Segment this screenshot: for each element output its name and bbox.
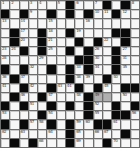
crossword-cell[interactable] (57, 56, 65, 64)
clue-number: 21 (48, 38, 52, 42)
crossword-cell[interactable] (84, 84, 92, 92)
crossword-cell-black (1, 102, 9, 110)
crossword-cell[interactable] (84, 1, 92, 9)
crossword-cell-black (94, 84, 102, 92)
crossword-cell[interactable]: 32 (29, 65, 37, 73)
clue-number: 43 (58, 84, 62, 88)
crossword-cell[interactable] (131, 65, 139, 73)
clue-number: 65 (76, 130, 80, 134)
crossword-cell[interactable] (121, 75, 129, 83)
crossword-cell[interactable] (131, 56, 139, 64)
crossword-cell[interactable] (103, 102, 111, 110)
crossword-cell[interactable]: 56 (131, 111, 139, 119)
crossword-cell[interactable] (112, 130, 120, 138)
crossword-cell[interactable]: 45 (103, 84, 111, 92)
crossword-cell-black (66, 75, 74, 83)
clue-number: 57 (30, 120, 34, 124)
crossword-cell[interactable]: 44 (66, 84, 74, 92)
clue-number: 16 (85, 19, 89, 23)
clue-number: 38 (76, 75, 80, 79)
crossword-cell-black (38, 111, 46, 119)
crossword-cell-black (47, 102, 55, 110)
crossword-cell[interactable] (94, 139, 102, 147)
crossword-cell[interactable] (103, 29, 111, 37)
crossword-cell[interactable]: 60 (84, 120, 92, 128)
crossword-cell[interactable] (47, 75, 55, 83)
crossword-cell[interactable] (131, 139, 139, 147)
clue-number: 63 (21, 130, 25, 134)
crossword-cell[interactable]: 25 (47, 47, 55, 55)
crossword-cell-black (10, 93, 18, 101)
crossword-cell[interactable]: 69 (75, 139, 83, 147)
crossword-cell[interactable] (1, 139, 9, 147)
crossword-cell-black (112, 111, 120, 119)
crossword-cell-black (112, 56, 120, 64)
crossword-cell-black (75, 56, 83, 64)
crossword-cell[interactable] (57, 93, 65, 101)
crossword-cell[interactable] (38, 84, 46, 92)
crossword-cell-black (10, 29, 18, 37)
crossword-cell[interactable] (131, 75, 139, 83)
clue-number: 54 (48, 111, 52, 115)
clue-number: 41 (2, 84, 6, 88)
crossword-cell[interactable] (47, 56, 55, 64)
crossword-cell-black (66, 120, 74, 128)
clue-number: 60 (85, 120, 89, 124)
crossword-cell-black (84, 102, 92, 110)
crossword-cell-black (112, 102, 120, 110)
crossword-cell-black (84, 111, 92, 119)
crossword-cell[interactable]: 63 (20, 130, 28, 138)
crossword-cell[interactable] (131, 29, 139, 37)
crossword-cell-black (47, 84, 55, 92)
crossword-cell[interactable]: 58 (38, 120, 46, 128)
clue-number: 4 (39, 1, 41, 5)
clue-number: 5 (58, 1, 60, 5)
crossword-cell[interactable] (38, 19, 46, 27)
crossword-cell[interactable] (29, 93, 37, 101)
crossword-cell[interactable] (57, 130, 65, 138)
clue-number: 18 (48, 29, 52, 33)
crossword-cell[interactable]: 12 (121, 10, 129, 18)
crossword-cell[interactable] (112, 38, 120, 46)
crossword-cell[interactable] (66, 56, 74, 64)
crossword-cell[interactable] (75, 19, 83, 27)
clue-number: 3 (30, 1, 32, 5)
crossword-cell[interactable]: 51 (29, 102, 37, 110)
crossword-cell[interactable] (103, 56, 111, 64)
crossword-cell[interactable] (103, 65, 111, 73)
crossword-cell[interactable]: 35 (121, 65, 129, 73)
crossword-cell[interactable] (29, 47, 37, 55)
clue-number: 45 (104, 84, 108, 88)
crossword-cell[interactable] (75, 111, 83, 119)
clue-number: 17 (21, 29, 25, 33)
crossword-cell[interactable] (38, 130, 46, 138)
crossword-cell[interactable] (47, 1, 55, 9)
crossword-cell[interactable] (57, 102, 65, 110)
crossword-cell[interactable] (57, 120, 65, 128)
crossword-cell-black (47, 10, 55, 18)
crossword-cell[interactable]: 24 (10, 47, 18, 55)
crossword-cell[interactable] (20, 56, 28, 64)
crossword-cell[interactable] (121, 102, 129, 110)
crossword-cell[interactable]: 9 (29, 10, 37, 18)
crossword-cell[interactable]: 50 (121, 93, 129, 101)
crossword-cell-black (121, 38, 129, 46)
crossword-cell[interactable]: 48 (75, 93, 83, 101)
crossword-cell-black (20, 47, 28, 55)
crossword-cell[interactable] (66, 111, 74, 119)
clue-number: 11 (104, 10, 108, 14)
crossword-cell[interactable]: 31 (121, 56, 129, 64)
crossword-cell[interactable] (131, 19, 139, 27)
clue-number: 20 (21, 38, 25, 42)
crossword-cell[interactable]: 20 (20, 38, 28, 46)
crossword-cell[interactable] (121, 19, 129, 27)
clue-number: 29 (39, 56, 43, 60)
clue-number: 53 (2, 111, 6, 115)
clue-number: 50 (122, 93, 126, 97)
crossword-cell[interactable] (10, 111, 18, 119)
crossword-cell-black (84, 93, 92, 101)
crossword-cell[interactable] (66, 38, 74, 46)
crossword-cell[interactable] (10, 10, 18, 18)
clue-number: 36 (2, 75, 6, 79)
crossword-cell[interactable]: 22 (103, 38, 111, 46)
crossword-cell[interactable] (29, 29, 37, 37)
crossword-cell[interactable] (57, 65, 65, 73)
crossword-cell[interactable]: 29 (38, 56, 46, 64)
crossword-cell-black (66, 10, 74, 18)
crossword-cell[interactable]: 8 (131, 1, 139, 9)
clue-number: 70 (113, 139, 117, 143)
crossword-cell[interactable]: 11 (103, 10, 111, 18)
clue-number: 1 (2, 1, 4, 5)
crossword-cell[interactable] (57, 47, 65, 55)
clue-number: 42 (30, 84, 34, 88)
clue-number: 27 (122, 47, 126, 51)
crossword-cell[interactable]: 65 (75, 130, 83, 138)
crossword-cell[interactable] (84, 29, 92, 37)
clue-number: 25 (48, 47, 52, 51)
crossword-cell[interactable] (20, 111, 28, 119)
crossword-cell[interactable]: 18 (47, 29, 55, 37)
clue-number: 56 (132, 111, 136, 115)
crossword-cell[interactable] (94, 29, 102, 37)
crossword-cell[interactable] (1, 93, 9, 101)
clue-number: 61 (113, 120, 117, 124)
crossword-cell[interactable]: 15 (47, 19, 55, 27)
crossword-cell[interactable] (103, 93, 111, 101)
crossword-cell-black (103, 120, 111, 128)
crossword-cell-black (66, 29, 74, 37)
clue-number: 69 (76, 139, 80, 143)
crossword-cell-black (10, 75, 18, 83)
crossword-cell-black (38, 47, 46, 55)
clue-number: 40 (113, 75, 117, 79)
crossword-cell-black (38, 38, 46, 46)
crossword-cell[interactable]: 41 (1, 84, 9, 92)
crossword-cell-black (20, 102, 28, 110)
crossword-cell[interactable]: 67 (103, 130, 111, 138)
clue-number: 28 (2, 56, 6, 60)
crossword-cell-black (10, 38, 18, 46)
crossword-cell-black (94, 120, 102, 128)
clue-number: 64 (48, 130, 52, 134)
crossword-cell[interactable]: 37 (20, 75, 28, 83)
crossword-cell[interactable] (131, 120, 139, 128)
clue-number: 35 (122, 65, 126, 69)
crossword-cell[interactable] (10, 65, 18, 73)
crossword-cell-black (1, 120, 9, 128)
crossword-cell-black (121, 84, 129, 92)
crossword-cell[interactable] (131, 10, 139, 18)
clue-number: 7 (95, 1, 97, 5)
clue-number: 34 (95, 65, 99, 69)
crossword-cell[interactable] (131, 93, 139, 101)
crossword-cell[interactable] (112, 84, 120, 92)
crossword-cell[interactable] (131, 47, 139, 55)
crossword-cell[interactable] (38, 102, 46, 110)
clue-number: 67 (104, 130, 108, 134)
crossword-cell[interactable] (121, 120, 129, 128)
crossword-cell[interactable] (10, 120, 18, 128)
crossword-cell[interactable] (84, 130, 92, 138)
clue-number: 62 (2, 130, 6, 134)
crossword-cell[interactable] (10, 56, 18, 64)
crossword-grid: 1234567891011121314151617181920212223242… (0, 0, 140, 148)
crossword-cell-black (1, 10, 9, 18)
crossword-cell[interactable]: 53 (1, 111, 9, 119)
crossword-cell-black (47, 65, 55, 73)
crossword-cell[interactable] (57, 38, 65, 46)
crossword-cell[interactable] (57, 10, 65, 18)
crossword-cell[interactable] (20, 1, 28, 9)
clue-number: 47 (48, 93, 52, 97)
crossword-cell[interactable]: 4 (38, 1, 46, 9)
clue-number: 66 (95, 130, 99, 134)
crossword-cell[interactable] (84, 38, 92, 46)
crossword-cell[interactable]: 17 (20, 29, 28, 37)
crossword-cell[interactable] (75, 102, 83, 110)
crossword-cell-black (94, 38, 102, 46)
crossword-cell-black (38, 29, 46, 37)
crossword-cell[interactable]: 30 (94, 56, 102, 64)
clue-number: 8 (132, 1, 134, 5)
crossword-cell[interactable]: 7 (94, 1, 102, 9)
clue-number: 31 (122, 56, 126, 60)
clue-number: 15 (48, 19, 52, 23)
crossword-cell[interactable] (112, 1, 120, 9)
clue-number: 55 (95, 111, 99, 115)
clue-number: 19 (76, 29, 80, 33)
crossword-cell[interactable]: 27 (121, 47, 129, 55)
crossword-cell[interactable] (57, 111, 65, 119)
clue-number: 49 (95, 93, 99, 97)
crossword-cell[interactable] (10, 19, 18, 27)
crossword-cell[interactable] (75, 47, 83, 55)
crossword-cell-black (84, 65, 92, 73)
clue-number: 14 (21, 19, 25, 23)
clue-number: 48 (76, 93, 80, 97)
crossword-cell[interactable] (38, 75, 46, 83)
crossword-cell[interactable] (121, 139, 129, 147)
crossword-cell-black (121, 1, 129, 9)
crossword-cell-black (131, 84, 139, 92)
crossword-cell[interactable]: 16 (84, 19, 92, 27)
clue-number: 24 (11, 47, 15, 51)
crossword-cell[interactable]: 38 (75, 75, 83, 83)
crossword-cell-black (112, 47, 120, 55)
crossword-cell-black (75, 38, 83, 46)
crossword-cell[interactable] (103, 111, 111, 119)
crossword-cell[interactable]: 43 (57, 84, 65, 92)
crossword-cell-black (20, 65, 28, 73)
crossword-cell[interactable]: 66 (94, 130, 102, 138)
crossword-cell[interactable] (57, 19, 65, 27)
crossword-cell[interactable] (94, 19, 102, 27)
clue-number: 44 (67, 84, 71, 88)
clue-number: 13 (2, 19, 6, 23)
crossword-cell-black (121, 29, 129, 37)
crossword-cell[interactable]: 70 (112, 139, 120, 147)
crossword-cell[interactable]: 28 (1, 56, 9, 64)
crossword-cell[interactable] (57, 139, 65, 147)
clue-number: 58 (39, 120, 43, 124)
crossword-cell-black (75, 84, 83, 92)
clue-number: 6 (76, 1, 78, 5)
clue-number: 39 (85, 75, 89, 79)
crossword-cell-black (121, 130, 129, 138)
crossword-cell[interactable]: 34 (94, 65, 102, 73)
crossword-cell[interactable] (29, 111, 37, 119)
crossword-cell-black (84, 56, 92, 64)
crossword-cell-black (84, 47, 92, 55)
crossword-cell[interactable] (10, 84, 18, 92)
crossword-cell-black (112, 65, 120, 73)
crossword-cell[interactable]: 64 (47, 130, 55, 138)
crossword-cell[interactable] (1, 38, 9, 46)
crossword-cell[interactable]: 54 (47, 111, 55, 119)
crossword-cell[interactable] (66, 93, 74, 101)
crossword-cell[interactable]: 13 (1, 19, 9, 27)
clue-number: 51 (30, 102, 34, 106)
crossword-cell[interactable]: 14 (20, 19, 28, 27)
crossword-cell[interactable]: 2 (10, 1, 18, 9)
clue-number: 46 (21, 93, 25, 97)
crossword-cell[interactable]: 5 (57, 1, 65, 9)
clue-number: 12 (122, 10, 126, 14)
crossword-cell-black (131, 102, 139, 110)
crossword-cell[interactable]: 10 (94, 10, 102, 18)
crossword-cell-black (112, 29, 120, 37)
crossword-cell[interactable]: 39 (84, 75, 92, 83)
crossword-cell-black (20, 120, 28, 128)
crossword-cell[interactable]: 46 (20, 93, 28, 101)
crossword-cell-black (66, 1, 74, 9)
crossword-cell[interactable]: 23 (1, 47, 9, 55)
crossword-cell[interactable]: 36 (1, 75, 9, 83)
crossword-cell[interactable]: 68 (38, 139, 46, 147)
crossword-cell[interactable]: 52 (94, 102, 102, 110)
crossword-cell[interactable] (57, 29, 65, 37)
crossword-cell[interactable] (29, 75, 37, 83)
crossword-cell[interactable]: 1 (1, 1, 9, 9)
clue-number: 52 (95, 102, 99, 106)
crossword-cell[interactable]: 57 (29, 120, 37, 128)
clue-number: 30 (95, 56, 99, 60)
clue-number: 37 (21, 75, 25, 79)
crossword-cell[interactable] (57, 75, 65, 83)
crossword-cell-black (66, 102, 74, 110)
crossword-cell-black (103, 139, 111, 147)
crossword-cell[interactable] (29, 38, 37, 46)
clue-number: 26 (95, 47, 99, 51)
crossword-cell-black (20, 10, 28, 18)
crossword-cell[interactable] (38, 10, 46, 18)
crossword-cell[interactable]: 49 (94, 93, 102, 101)
crossword-cell[interactable] (103, 47, 111, 55)
crossword-cell[interactable]: 62 (1, 130, 9, 138)
crossword-cell[interactable]: 19 (75, 29, 83, 37)
crossword-cell[interactable]: 6 (75, 1, 83, 9)
crossword-cell[interactable] (10, 130, 18, 138)
crossword-cell[interactable] (47, 139, 55, 147)
crossword-cell[interactable] (1, 29, 9, 37)
crossword-cell[interactable]: 3 (29, 1, 37, 9)
crossword-cell-black (66, 47, 74, 55)
crossword-cell-black (47, 120, 55, 128)
crossword-cell[interactable] (94, 75, 102, 83)
crossword-cell[interactable] (10, 102, 18, 110)
crossword-cell[interactable]: 42 (29, 84, 37, 92)
crossword-cell-black (84, 10, 92, 18)
crossword-cell-black (103, 75, 111, 83)
crossword-cell[interactable]: 61 (112, 120, 120, 128)
crossword-cell[interactable]: 47 (47, 93, 55, 101)
crossword-cell[interactable] (29, 56, 37, 64)
crossword-cell[interactable]: 26 (94, 47, 102, 55)
crossword-cell[interactable] (112, 19, 120, 27)
crossword-cell[interactable]: 40 (112, 75, 120, 83)
crossword-cell[interactable] (131, 130, 139, 138)
clue-number: 32 (30, 65, 34, 69)
crossword-cell[interactable]: 21 (47, 38, 55, 46)
crossword-cell[interactable] (20, 139, 28, 147)
crossword-cell[interactable] (38, 65, 46, 73)
crossword-cell[interactable] (66, 19, 74, 27)
crossword-cell[interactable]: 59 (75, 120, 83, 128)
crossword-cell[interactable] (29, 19, 37, 27)
crossword-cell[interactable] (112, 93, 120, 101)
crossword-cell[interactable]: 33 (75, 65, 83, 73)
crossword-cell[interactable] (103, 19, 111, 27)
crossword-cell-black (1, 65, 9, 73)
crossword-cell[interactable] (84, 139, 92, 147)
crossword-cell[interactable] (75, 10, 83, 18)
crossword-cell[interactable]: 55 (94, 111, 102, 119)
clue-number: 9 (30, 10, 32, 14)
clue-number: 59 (76, 120, 80, 124)
crossword-cell-black (121, 111, 129, 119)
crossword-cell-black (112, 10, 120, 18)
crossword-cell-black (66, 139, 74, 147)
clue-number: 23 (2, 47, 6, 51)
crossword-cell[interactable] (131, 38, 139, 46)
crossword-cell[interactable] (29, 130, 37, 138)
clue-number: 22 (104, 38, 108, 42)
